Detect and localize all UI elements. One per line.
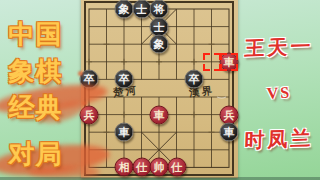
piece-black-士-3x0[interactable]: 士: [132, 0, 151, 19]
cloud-decoration: [82, 101, 87, 106]
piece-red-仕-3x9[interactable]: 仕: [132, 158, 151, 177]
piece-black-将-4x0[interactable]: 将: [150, 0, 169, 19]
last-move-marker-7x3: [203, 53, 221, 71]
title-char: 对: [8, 141, 35, 169]
cloud-decoration: [78, 71, 83, 76]
piece-black-車-8x7[interactable]: 車: [220, 123, 239, 142]
title-row-3: 经 典: [8, 94, 66, 122]
title-char: 象: [8, 58, 35, 86]
vs-label: VS: [238, 82, 320, 104]
title-banner: 中 国 象 棋 经 典 对 局: [0, 0, 81, 180]
piece-red-相-2x9[interactable]: 相: [115, 158, 134, 177]
title-row-1: 中 国: [8, 21, 66, 49]
video-thumbnail: 中 国 象 棋 经 典 对 局: [0, 0, 320, 180]
piece-black-象-4x2[interactable]: 象: [150, 35, 169, 54]
title-char: 棋: [35, 58, 62, 86]
piece-black-卒-6x4[interactable]: 卒: [185, 70, 204, 89]
bottom-edge: [0, 177, 320, 180]
title-char: 典: [35, 94, 62, 122]
title-char: 经: [8, 94, 35, 122]
piece-black-車-2x7[interactable]: 車: [115, 123, 134, 142]
piece-black-士-4x1[interactable]: 士: [150, 17, 169, 36]
last-move-marker-8x3: [220, 53, 238, 71]
players-banner: 王天一 VS 时凤兰: [238, 0, 320, 180]
title-char: 国: [35, 21, 62, 49]
piece-red-帅-4x9[interactable]: 帅: [150, 158, 169, 177]
piece-black-象-2x0[interactable]: 象: [115, 0, 134, 19]
title-row-4: 对 局: [8, 141, 66, 169]
piece-red-兵-8x6[interactable]: 兵: [220, 105, 239, 124]
title-row-2: 象 棋: [8, 58, 66, 86]
player-name-top: 王天一: [238, 33, 320, 63]
piece-black-卒-2x4[interactable]: 卒: [115, 70, 134, 89]
title-char: 局: [35, 141, 62, 169]
player-name-bottom: 时凤兰: [238, 125, 320, 155]
piece-red-車-4x6[interactable]: 車: [150, 105, 169, 124]
title-char: 中: [8, 21, 35, 49]
piece-red-仕-5x9[interactable]: 仕: [167, 158, 186, 177]
